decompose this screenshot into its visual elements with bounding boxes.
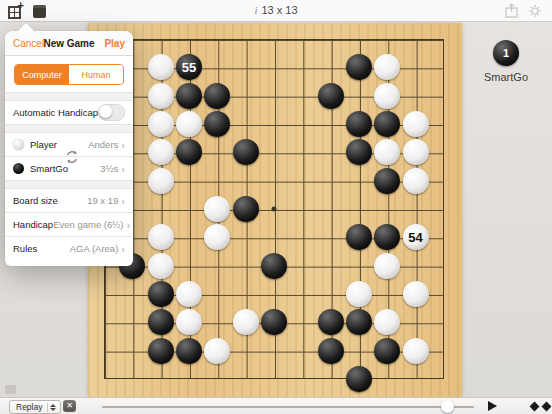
board-intersection[interactable] bbox=[203, 25, 231, 53]
board-intersection[interactable] bbox=[175, 195, 203, 223]
popover-bottom bbox=[5, 260, 133, 266]
smartgo-app: { "app": {"name_visible": "SmartGo board… bbox=[0, 0, 552, 414]
board-intersection[interactable] bbox=[260, 308, 288, 336]
board-intersection[interactable] bbox=[175, 251, 203, 279]
board-intersection[interactable] bbox=[430, 138, 458, 166]
board-intersection[interactable] bbox=[316, 280, 344, 308]
clear-x-icon: ✕ bbox=[66, 402, 73, 410]
board-intersection[interactable] bbox=[231, 308, 259, 336]
board-intersection[interactable] bbox=[260, 166, 288, 194]
board-intersection[interactable] bbox=[401, 336, 429, 364]
board-intersection[interactable] bbox=[203, 365, 231, 393]
board-intersection[interactable] bbox=[146, 81, 174, 109]
new-game-popover: Cancel New Game Play Computer Human Auto… bbox=[5, 31, 133, 266]
board-intersection[interactable] bbox=[231, 53, 259, 81]
board-intersection[interactable]: 54 bbox=[401, 223, 429, 251]
board-intersection[interactable] bbox=[260, 25, 288, 53]
white-stone[interactable] bbox=[204, 224, 230, 250]
play-icon bbox=[488, 401, 497, 411]
swap-players-icon[interactable] bbox=[63, 148, 81, 170]
board-intersection[interactable] bbox=[401, 81, 429, 109]
rules-label: Rules bbox=[13, 243, 37, 254]
board-intersection[interactable] bbox=[231, 280, 259, 308]
board-intersection[interactable] bbox=[373, 166, 401, 194]
player-to-move-panel: 1 SmartGo bbox=[470, 40, 542, 83]
opponent-segmented-control: Computer Human bbox=[14, 64, 124, 85]
board-intersection[interactable] bbox=[430, 336, 458, 364]
black-stone[interactable] bbox=[176, 139, 202, 165]
move-number-label: 55 bbox=[182, 61, 196, 74]
replay-slider-thumb[interactable] bbox=[441, 400, 454, 413]
board-intersection[interactable] bbox=[373, 110, 401, 138]
board-intersection[interactable] bbox=[430, 223, 458, 251]
black-stone[interactable] bbox=[318, 309, 344, 335]
board-intersection[interactable] bbox=[345, 280, 373, 308]
popover-header: Cancel New Game Play bbox=[5, 31, 133, 56]
stones-grid: 5554 bbox=[90, 25, 458, 393]
board-intersection[interactable] bbox=[260, 110, 288, 138]
board-intersection[interactable] bbox=[345, 223, 373, 251]
white-stone[interactable] bbox=[346, 281, 372, 307]
board-intersection[interactable] bbox=[260, 195, 288, 223]
board-intersection[interactable] bbox=[430, 280, 458, 308]
black-stone[interactable] bbox=[261, 253, 287, 279]
board-intersection[interactable] bbox=[260, 138, 288, 166]
black-stone[interactable] bbox=[374, 168, 400, 194]
chevron-icon: › bbox=[121, 243, 125, 255]
board-intersection[interactable] bbox=[146, 138, 174, 166]
board-intersection[interactable] bbox=[146, 195, 174, 223]
board-intersection[interactable] bbox=[345, 81, 373, 109]
board-intersection[interactable] bbox=[146, 336, 174, 364]
white-stone[interactable] bbox=[204, 196, 230, 222]
white-stone[interactable] bbox=[148, 168, 174, 194]
board-intersection[interactable] bbox=[401, 138, 429, 166]
board-intersection[interactable] bbox=[373, 25, 401, 53]
info-icon: i bbox=[254, 4, 257, 16]
white-stone[interactable] bbox=[403, 139, 429, 165]
black-stone[interactable] bbox=[176, 338, 202, 364]
board-intersection[interactable] bbox=[345, 53, 373, 81]
segment-human[interactable]: Human bbox=[69, 65, 123, 84]
board-intersection[interactable] bbox=[118, 336, 146, 364]
segment-computer[interactable]: Computer bbox=[15, 65, 69, 84]
board-intersection[interactable] bbox=[146, 53, 174, 81]
black-stone[interactable]: 55 bbox=[176, 54, 202, 80]
board-intersection[interactable] bbox=[288, 138, 316, 166]
top-toolbar: + i13 x 13 bbox=[0, 0, 552, 22]
white-stone[interactable] bbox=[148, 54, 174, 80]
board-intersection[interactable] bbox=[203, 223, 231, 251]
black-stone[interactable] bbox=[176, 83, 202, 109]
board-intersection[interactable] bbox=[430, 365, 458, 393]
board-intersection[interactable] bbox=[231, 81, 259, 109]
board-intersection[interactable] bbox=[401, 25, 429, 53]
board-intersection[interactable] bbox=[260, 251, 288, 279]
board-intersection[interactable] bbox=[118, 308, 146, 336]
board-intersection[interactable] bbox=[203, 308, 231, 336]
move-number-label: 54 bbox=[408, 231, 422, 244]
board-intersection[interactable] bbox=[146, 25, 174, 53]
replay-dropdown-label: Replay bbox=[16, 402, 42, 412]
board-intersection[interactable] bbox=[175, 110, 203, 138]
white-stone[interactable] bbox=[403, 168, 429, 194]
board-intersection[interactable] bbox=[203, 166, 231, 194]
board-size-label: Board size bbox=[13, 195, 58, 206]
board-intersection[interactable] bbox=[260, 223, 288, 251]
go-board[interactable]: 5554 bbox=[88, 23, 462, 397]
board-intersection[interactable] bbox=[175, 166, 203, 194]
board-intersection[interactable] bbox=[231, 223, 259, 251]
board-intersection[interactable] bbox=[90, 365, 118, 393]
cancel-button[interactable]: Cancel bbox=[13, 38, 44, 49]
board-intersection[interactable] bbox=[203, 138, 231, 166]
board-intersection[interactable] bbox=[175, 223, 203, 251]
slider-track[interactable] bbox=[102, 406, 474, 408]
board-intersection[interactable] bbox=[231, 166, 259, 194]
board-intersection[interactable] bbox=[175, 81, 203, 109]
board-intersection[interactable] bbox=[316, 336, 344, 364]
board-intersection[interactable] bbox=[203, 53, 231, 81]
board-intersection[interactable] bbox=[118, 280, 146, 308]
board-intersection[interactable] bbox=[231, 25, 259, 53]
board-intersection[interactable] bbox=[373, 195, 401, 223]
black-stone[interactable] bbox=[318, 338, 344, 364]
board-intersection[interactable] bbox=[345, 110, 373, 138]
chevron-icon: › bbox=[126, 219, 130, 231]
board-intersection[interactable] bbox=[260, 53, 288, 81]
white-stone[interactable] bbox=[176, 309, 202, 335]
board-intersection[interactable] bbox=[316, 223, 344, 251]
board-intersection[interactable] bbox=[316, 25, 344, 53]
board-intersection[interactable] bbox=[118, 365, 146, 393]
group-separator bbox=[5, 124, 133, 133]
board-intersection[interactable] bbox=[175, 280, 203, 308]
board-intersection[interactable] bbox=[288, 365, 316, 393]
board-intersection[interactable] bbox=[175, 138, 203, 166]
board-intersection[interactable] bbox=[345, 308, 373, 336]
board-intersection[interactable] bbox=[288, 25, 316, 53]
board-intersection[interactable] bbox=[345, 166, 373, 194]
board-intersection[interactable] bbox=[345, 336, 373, 364]
board-size-title: 13 x 13 bbox=[261, 4, 297, 16]
board-intersection[interactable] bbox=[175, 25, 203, 53]
board-intersection[interactable] bbox=[316, 195, 344, 223]
board-intersection[interactable] bbox=[345, 365, 373, 393]
black-stone[interactable] bbox=[346, 54, 372, 80]
board-intersection[interactable] bbox=[316, 53, 344, 81]
chevron-icon: › bbox=[121, 195, 125, 207]
black-stone[interactable] bbox=[204, 111, 230, 137]
white-stone[interactable] bbox=[148, 253, 174, 279]
white-stone[interactable] bbox=[148, 83, 174, 109]
black-stone-icon bbox=[13, 163, 24, 174]
diamond-button-1[interactable] bbox=[530, 402, 540, 412]
board-intersection[interactable] bbox=[203, 195, 231, 223]
board-intersection[interactable] bbox=[316, 308, 344, 336]
black-stone[interactable] bbox=[346, 309, 372, 335]
board-intersection[interactable] bbox=[401, 110, 429, 138]
board-intersection[interactable] bbox=[203, 336, 231, 364]
board-intersection[interactable] bbox=[288, 81, 316, 109]
board-intersection[interactable] bbox=[146, 280, 174, 308]
board-intersection[interactable] bbox=[231, 251, 259, 279]
board-intersection[interactable] bbox=[401, 195, 429, 223]
white-stone[interactable]: 54 bbox=[403, 224, 429, 250]
automatic-handicap-row: Automatic Handicap bbox=[5, 101, 133, 124]
rules-value: AGA (Area) bbox=[70, 243, 119, 254]
board-intersection[interactable] bbox=[203, 81, 231, 109]
white-stone[interactable] bbox=[403, 281, 429, 307]
board-intersection[interactable] bbox=[260, 280, 288, 308]
board-intersection[interactable] bbox=[231, 110, 259, 138]
group-separator bbox=[5, 92, 133, 101]
board-intersection[interactable] bbox=[316, 110, 344, 138]
rules-row[interactable]: Rules AGA (Area) › bbox=[5, 236, 133, 260]
board-intersection[interactable] bbox=[146, 110, 174, 138]
board-intersection[interactable] bbox=[345, 251, 373, 279]
board-intersection[interactable] bbox=[401, 280, 429, 308]
black-stone[interactable] bbox=[233, 196, 259, 222]
white-stone[interactable] bbox=[176, 281, 202, 307]
board-intersection[interactable] bbox=[231, 336, 259, 364]
board-intersection[interactable] bbox=[260, 336, 288, 364]
white-stone[interactable] bbox=[403, 111, 429, 137]
board-intersection[interactable] bbox=[430, 110, 458, 138]
board-intersection[interactable] bbox=[231, 365, 259, 393]
player-black-row[interactable]: SmartGo 3½s › bbox=[5, 156, 133, 180]
black-stone[interactable] bbox=[148, 309, 174, 335]
board-intersection[interactable] bbox=[373, 280, 401, 308]
handicap-label: Handicap bbox=[13, 219, 53, 230]
board-intersection[interactable] bbox=[430, 25, 458, 53]
white-stone[interactable] bbox=[148, 111, 174, 137]
board-intersection[interactable] bbox=[373, 138, 401, 166]
black-stone[interactable] bbox=[148, 338, 174, 364]
player-white-label: Player bbox=[30, 139, 57, 150]
black-stone-indicator: 1 bbox=[493, 40, 519, 66]
board-intersection[interactable] bbox=[430, 251, 458, 279]
chevron-icon: › bbox=[121, 139, 125, 151]
board-intersection[interactable] bbox=[316, 365, 344, 393]
handicap-value: Even game (6½) bbox=[53, 219, 123, 230]
black-stone[interactable] bbox=[233, 139, 259, 165]
move-number-badge: 1 bbox=[503, 47, 509, 59]
group-separator bbox=[5, 180, 133, 189]
gear-icon[interactable] bbox=[528, 4, 542, 18]
white-stone[interactable] bbox=[374, 253, 400, 279]
board-intersection[interactable] bbox=[90, 308, 118, 336]
black-stone[interactable] bbox=[318, 83, 344, 109]
board-intersection[interactable] bbox=[401, 365, 429, 393]
board-intersection[interactable] bbox=[288, 195, 316, 223]
dropdown-arrows-icon bbox=[47, 403, 58, 412]
board-intersection[interactable] bbox=[345, 138, 373, 166]
black-stone[interactable] bbox=[374, 111, 400, 137]
board-intersection[interactable] bbox=[288, 280, 316, 308]
white-stone[interactable] bbox=[374, 139, 400, 165]
share-icon[interactable] bbox=[505, 3, 518, 18]
automatic-handicap-label: Automatic Handicap bbox=[13, 107, 98, 118]
board-intersection[interactable] bbox=[175, 336, 203, 364]
board-intersection[interactable] bbox=[260, 365, 288, 393]
board-intersection[interactable] bbox=[373, 308, 401, 336]
board-intersection[interactable] bbox=[316, 166, 344, 194]
board-intersection[interactable] bbox=[146, 223, 174, 251]
board-intersection[interactable] bbox=[288, 166, 316, 194]
board-intersection[interactable] bbox=[430, 166, 458, 194]
white-stone[interactable] bbox=[374, 309, 400, 335]
black-stone[interactable] bbox=[374, 338, 400, 364]
board-intersection[interactable] bbox=[288, 308, 316, 336]
board-intersection[interactable] bbox=[288, 53, 316, 81]
white-stone[interactable] bbox=[148, 224, 174, 250]
black-stone[interactable] bbox=[346, 366, 372, 392]
board-intersection[interactable] bbox=[288, 251, 316, 279]
board-intersection[interactable] bbox=[288, 223, 316, 251]
board-intersection[interactable] bbox=[146, 166, 174, 194]
board-intersection[interactable] bbox=[401, 166, 429, 194]
board-intersection[interactable] bbox=[316, 81, 344, 109]
white-stone-icon bbox=[13, 139, 24, 150]
board-intersection[interactable] bbox=[175, 365, 203, 393]
board-intersection[interactable] bbox=[401, 53, 429, 81]
board-intersection[interactable] bbox=[401, 308, 429, 336]
black-stone[interactable] bbox=[346, 224, 372, 250]
board-intersection[interactable] bbox=[231, 195, 259, 223]
board-intersection[interactable] bbox=[288, 336, 316, 364]
board-intersection[interactable] bbox=[203, 280, 231, 308]
white-stone[interactable] bbox=[374, 54, 400, 80]
board-size-value: 19 x 19 bbox=[87, 195, 118, 206]
board-intersection[interactable] bbox=[373, 81, 401, 109]
board-intersection[interactable] bbox=[345, 195, 373, 223]
board-intersection[interactable] bbox=[146, 365, 174, 393]
black-stone[interactable] bbox=[374, 224, 400, 250]
board-intersection[interactable] bbox=[373, 53, 401, 81]
board-intersection[interactable] bbox=[231, 138, 259, 166]
black-stone[interactable] bbox=[148, 281, 174, 307]
board-intersection[interactable] bbox=[146, 251, 174, 279]
board-intersection[interactable] bbox=[373, 336, 401, 364]
play-forward-button[interactable] bbox=[488, 401, 500, 412]
replay-slider[interactable] bbox=[102, 400, 474, 413]
white-stone[interactable] bbox=[374, 83, 400, 109]
corner-handle bbox=[5, 385, 16, 394]
board-size-row[interactable]: Board size 19 x 19 › bbox=[5, 189, 133, 212]
board-intersection[interactable] bbox=[288, 110, 316, 138]
white-stone[interactable] bbox=[148, 139, 174, 165]
white-stone[interactable] bbox=[176, 111, 202, 137]
replay-dropdown[interactable]: Replay bbox=[9, 400, 61, 414]
black-stone[interactable] bbox=[204, 83, 230, 109]
board-intersection[interactable] bbox=[373, 365, 401, 393]
toggle-knob bbox=[99, 105, 112, 118]
board-intersection[interactable]: 55 bbox=[175, 53, 203, 81]
board-intersection[interactable] bbox=[175, 308, 203, 336]
replay-toolbar: Replay ✕ bbox=[0, 397, 552, 414]
board-intersection[interactable] bbox=[260, 81, 288, 109]
play-button[interactable]: Play bbox=[104, 38, 125, 49]
black-stone[interactable] bbox=[346, 111, 372, 137]
player-black-value: 3½s bbox=[100, 163, 118, 174]
board-intersection[interactable] bbox=[203, 251, 231, 279]
white-stone[interactable] bbox=[204, 338, 230, 364]
diamond-button-2[interactable] bbox=[542, 402, 552, 412]
board-intersection[interactable] bbox=[345, 25, 373, 53]
board-intersection[interactable] bbox=[90, 280, 118, 308]
black-stone[interactable] bbox=[261, 309, 287, 335]
player-white-value: Anders bbox=[88, 139, 118, 150]
board-intersection[interactable] bbox=[373, 223, 401, 251]
board-intersection[interactable] bbox=[373, 251, 401, 279]
board-intersection[interactable] bbox=[430, 308, 458, 336]
board-intersection[interactable] bbox=[146, 308, 174, 336]
white-stone[interactable] bbox=[403, 338, 429, 364]
player-name-label: SmartGo bbox=[470, 71, 542, 83]
board-intersection[interactable] bbox=[316, 138, 344, 166]
handicap-row[interactable]: Handicap Even game (6½) › bbox=[5, 212, 133, 236]
board-intersection[interactable] bbox=[203, 110, 231, 138]
white-stone[interactable] bbox=[233, 309, 259, 335]
board-intersection[interactable] bbox=[430, 81, 458, 109]
board-intersection[interactable] bbox=[430, 53, 458, 81]
board-intersection[interactable] bbox=[90, 336, 118, 364]
board-intersection[interactable] bbox=[316, 251, 344, 279]
board-intersection[interactable] bbox=[401, 251, 429, 279]
black-stone[interactable] bbox=[346, 139, 372, 165]
clear-button[interactable]: ✕ bbox=[63, 400, 76, 412]
chevron-icon: › bbox=[121, 163, 125, 175]
automatic-handicap-toggle[interactable] bbox=[98, 104, 125, 121]
board-intersection[interactable] bbox=[430, 195, 458, 223]
page-title[interactable]: i13 x 13 bbox=[0, 4, 552, 16]
